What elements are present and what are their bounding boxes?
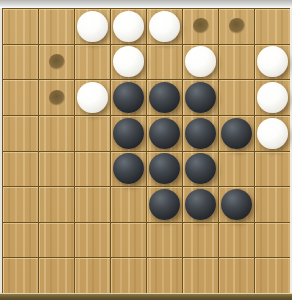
cell-e6[interactable] <box>146 186 182 222</box>
cell-a8[interactable] <box>2 257 38 293</box>
cell-e3[interactable] <box>146 79 182 115</box>
black-disc-d4 <box>113 118 144 149</box>
black-disc-e5 <box>149 153 180 184</box>
cell-h7[interactable] <box>254 222 290 258</box>
cell-f2[interactable] <box>182 44 218 80</box>
white-disc-d1 <box>113 11 144 42</box>
cell-a7[interactable] <box>2 222 38 258</box>
cell-c1[interactable] <box>74 8 110 44</box>
cell-h1[interactable] <box>254 8 290 44</box>
cell-d7[interactable] <box>110 222 146 258</box>
black-disc-d3 <box>113 82 144 113</box>
cell-g1[interactable] <box>218 8 254 44</box>
cell-d2[interactable] <box>110 44 146 80</box>
cell-a5[interactable] <box>2 151 38 187</box>
cell-h3[interactable] <box>254 79 290 115</box>
cell-a2[interactable] <box>2 44 38 80</box>
cell-e1[interactable] <box>146 8 182 44</box>
cell-a1[interactable] <box>2 8 38 44</box>
cell-b6[interactable] <box>38 186 74 222</box>
cell-a6[interactable] <box>2 186 38 222</box>
cell-b8[interactable] <box>38 257 74 293</box>
white-disc-c1 <box>77 11 108 42</box>
cell-b7[interactable] <box>38 222 74 258</box>
cell-g7[interactable] <box>218 222 254 258</box>
cell-g5[interactable] <box>218 151 254 187</box>
cell-d3[interactable] <box>110 79 146 115</box>
cell-c6[interactable] <box>74 186 110 222</box>
legal-move-hint-b2[interactable] <box>49 54 65 70</box>
cell-f4[interactable] <box>182 115 218 151</box>
white-disc-c3 <box>77 82 108 113</box>
legal-move-hint-g1[interactable] <box>229 18 245 34</box>
cell-b1[interactable] <box>38 8 74 44</box>
white-disc-h4 <box>257 118 288 149</box>
black-disc-g6 <box>221 189 252 220</box>
legal-move-hint-f1[interactable] <box>193 18 209 34</box>
white-disc-h3 <box>257 82 288 113</box>
othello-game-window <box>0 0 292 300</box>
cell-f8[interactable] <box>182 257 218 293</box>
black-disc-g4 <box>221 118 252 149</box>
cell-f3[interactable] <box>182 79 218 115</box>
cell-e8[interactable] <box>146 257 182 293</box>
cell-e5[interactable] <box>146 151 182 187</box>
cell-g6[interactable] <box>218 186 254 222</box>
legal-move-hint-b3[interactable] <box>49 90 65 106</box>
black-disc-f5 <box>185 153 216 184</box>
cell-c2[interactable] <box>74 44 110 80</box>
black-disc-f3 <box>185 82 216 113</box>
cell-d5[interactable] <box>110 151 146 187</box>
cell-g3[interactable] <box>218 79 254 115</box>
board-bottom-rail <box>0 293 292 300</box>
cell-g8[interactable] <box>218 257 254 293</box>
cell-c4[interactable] <box>74 115 110 151</box>
black-disc-e4 <box>149 118 180 149</box>
black-disc-f6 <box>185 189 216 220</box>
cell-d1[interactable] <box>110 8 146 44</box>
white-disc-d2 <box>113 46 144 77</box>
cell-h8[interactable] <box>254 257 290 293</box>
white-disc-h2 <box>257 46 288 77</box>
black-disc-d5 <box>113 153 144 184</box>
cell-a4[interactable] <box>2 115 38 151</box>
cell-d6[interactable] <box>110 186 146 222</box>
black-disc-f4 <box>185 118 216 149</box>
cell-h5[interactable] <box>254 151 290 187</box>
cell-h4[interactable] <box>254 115 290 151</box>
cell-f6[interactable] <box>182 186 218 222</box>
cell-h2[interactable] <box>254 44 290 80</box>
cell-b2[interactable] <box>38 44 74 80</box>
othello-board[interactable] <box>0 8 292 293</box>
cell-g2[interactable] <box>218 44 254 80</box>
cell-c5[interactable] <box>74 151 110 187</box>
cell-e2[interactable] <box>146 44 182 80</box>
cell-g4[interactable] <box>218 115 254 151</box>
cell-c3[interactable] <box>74 79 110 115</box>
cell-b3[interactable] <box>38 79 74 115</box>
cell-d4[interactable] <box>110 115 146 151</box>
cell-b5[interactable] <box>38 151 74 187</box>
cell-h6[interactable] <box>254 186 290 222</box>
white-disc-f2 <box>185 46 216 77</box>
cell-f1[interactable] <box>182 8 218 44</box>
board-top-bevel <box>0 0 292 8</box>
cell-e4[interactable] <box>146 115 182 151</box>
cell-d8[interactable] <box>110 257 146 293</box>
cell-f7[interactable] <box>182 222 218 258</box>
cell-a3[interactable] <box>2 79 38 115</box>
white-disc-e1 <box>149 11 180 42</box>
cell-e7[interactable] <box>146 222 182 258</box>
cell-c8[interactable] <box>74 257 110 293</box>
cell-f5[interactable] <box>182 151 218 187</box>
cell-c7[interactable] <box>74 222 110 258</box>
black-disc-e6 <box>149 189 180 220</box>
black-disc-e3 <box>149 82 180 113</box>
cell-b4[interactable] <box>38 115 74 151</box>
